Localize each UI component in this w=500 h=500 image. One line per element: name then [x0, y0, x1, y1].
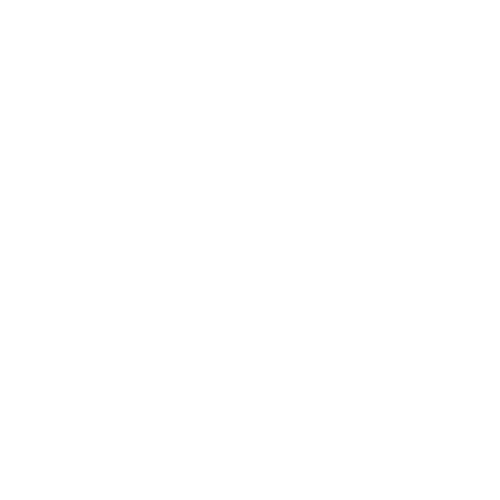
product-image-canvas — [0, 0, 500, 500]
